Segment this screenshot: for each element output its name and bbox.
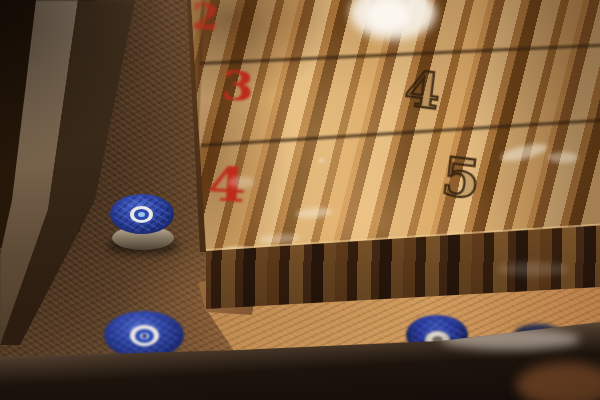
wax-scuff [228, 176, 254, 188]
puck-bullseye-center [138, 212, 145, 217]
score-number-black-5: 5 [439, 150, 483, 206]
score-number-red-3: 3 [221, 65, 256, 107]
puck-cap [110, 194, 174, 234]
shuffleboard-photo: 2 3 4 4 5 [0, 0, 600, 400]
wax-scuff [548, 152, 578, 163]
wax-powder-core [366, 0, 410, 30]
score-number-red-2: 2 [191, 0, 220, 35]
score-number-black-4: 4 [402, 64, 443, 116]
wax-scuff [318, 158, 325, 163]
puck-bullseye-center [142, 334, 147, 338]
puck-cap [104, 311, 184, 359]
puck-blue-left-gutter[interactable] [110, 194, 176, 254]
wax-dust [498, 262, 568, 276]
